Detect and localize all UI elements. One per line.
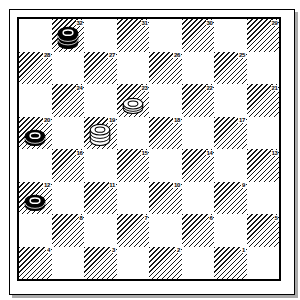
square-14[interactable]: 14: [182, 149, 215, 182]
light-square[interactable]: [84, 149, 117, 182]
light-square[interactable]: [214, 149, 247, 182]
light-square[interactable]: [52, 52, 85, 85]
square-number: 15: [141, 150, 148, 156]
square-number: 28: [43, 52, 50, 58]
square-number: 26: [173, 52, 180, 58]
square-number: 25: [238, 52, 245, 58]
light-square[interactable]: [19, 149, 52, 182]
square-number: 10: [173, 182, 180, 188]
square-number: 32: [76, 20, 83, 26]
square-24[interactable]: 24: [52, 84, 85, 117]
square-number: 6: [209, 215, 213, 221]
light-square[interactable]: [214, 214, 247, 247]
square-27[interactable]: 27: [84, 52, 117, 85]
square-12[interactable]: 12: [19, 182, 52, 215]
square-30[interactable]: 30: [182, 19, 215, 52]
square-number: 22: [206, 85, 213, 91]
square-number: 1: [241, 247, 245, 253]
light-square[interactable]: [149, 84, 182, 117]
square-11[interactable]: 11: [84, 182, 117, 215]
light-square[interactable]: [84, 214, 117, 247]
square-number: 16: [76, 150, 83, 156]
light-square[interactable]: [247, 117, 280, 150]
square-number: 21: [271, 85, 278, 91]
light-square[interactable]: [149, 214, 182, 247]
square-7[interactable]: 7: [117, 214, 150, 247]
light-square[interactable]: [247, 182, 280, 215]
diagram-frame: 3231302928272625242322212019181716151413…: [9, 9, 295, 295]
square-9[interactable]: 9: [214, 182, 247, 215]
square-number: 31: [141, 20, 148, 26]
light-square[interactable]: [117, 117, 150, 150]
square-number: 13: [271, 150, 278, 156]
square-8[interactable]: 8: [52, 214, 85, 247]
light-square[interactable]: [182, 247, 215, 280]
light-square[interactable]: [182, 117, 215, 150]
square-22[interactable]: 22: [182, 84, 215, 117]
square-3[interactable]: 3: [84, 247, 117, 280]
light-square[interactable]: [84, 19, 117, 52]
square-13[interactable]: 13: [247, 149, 280, 182]
square-number: 20: [43, 117, 50, 123]
black-man-12[interactable]: [22, 193, 49, 212]
light-square[interactable]: [214, 19, 247, 52]
checkers-board: 3231302928272625242322212019181716151413…: [17, 17, 281, 281]
square-10[interactable]: 10: [149, 182, 182, 215]
square-number: 23: [141, 85, 148, 91]
square-17[interactable]: 17: [214, 117, 247, 150]
square-29[interactable]: 29: [247, 19, 280, 52]
light-square[interactable]: [247, 247, 280, 280]
light-square[interactable]: [214, 84, 247, 117]
square-number: 11: [109, 182, 116, 188]
square-number: 9: [241, 182, 245, 188]
light-square[interactable]: [117, 52, 150, 85]
square-number: 29: [271, 20, 278, 26]
square-number: 14: [206, 150, 213, 156]
square-number: 18: [173, 117, 180, 123]
square-26[interactable]: 26: [149, 52, 182, 85]
square-number: 3: [111, 247, 115, 253]
light-square[interactable]: [117, 247, 150, 280]
light-square[interactable]: [182, 52, 215, 85]
square-number: 8: [79, 215, 83, 221]
square-19[interactable]: 19: [84, 117, 117, 150]
square-23[interactable]: 23: [117, 84, 150, 117]
square-20[interactable]: 20: [19, 117, 52, 150]
square-6[interactable]: 6: [182, 214, 215, 247]
white-king-19[interactable]: [87, 122, 114, 147]
square-number: 5: [274, 215, 278, 221]
square-number: 17: [238, 117, 245, 123]
light-square[interactable]: [182, 182, 215, 215]
light-square[interactable]: [149, 19, 182, 52]
square-number: 7: [144, 215, 148, 221]
square-number: 24: [76, 85, 83, 91]
light-square[interactable]: [52, 117, 85, 150]
light-square[interactable]: [247, 52, 280, 85]
square-31[interactable]: 31: [117, 19, 150, 52]
light-square[interactable]: [84, 84, 117, 117]
square-number: 27: [108, 52, 115, 58]
light-square[interactable]: [19, 214, 52, 247]
square-4[interactable]: 4: [19, 247, 52, 280]
square-number: 19: [108, 117, 115, 123]
square-5[interactable]: 5: [247, 214, 280, 247]
light-square[interactable]: [19, 84, 52, 117]
light-square[interactable]: [52, 182, 85, 215]
white-man-23[interactable]: [119, 96, 146, 115]
light-square[interactable]: [52, 247, 85, 280]
square-16[interactable]: 16: [52, 149, 85, 182]
square-32[interactable]: 32: [52, 19, 85, 52]
square-number: 30: [206, 20, 213, 26]
square-number: 4: [46, 247, 50, 253]
light-square[interactable]: [19, 19, 52, 52]
black-man-20[interactable]: [22, 128, 49, 147]
black-king-32[interactable]: [54, 25, 81, 50]
square-21[interactable]: 21: [247, 84, 280, 117]
checkers-diagram: 3231302928272625242322212019181716151413…: [0, 0, 300, 300]
square-25[interactable]: 25: [214, 52, 247, 85]
square-2[interactable]: 2: [149, 247, 182, 280]
square-15[interactable]: 15: [117, 149, 150, 182]
square-number: 2: [176, 247, 180, 253]
square-28[interactable]: 28: [19, 52, 52, 85]
square-18[interactable]: 18: [149, 117, 182, 150]
light-square[interactable]: [149, 149, 182, 182]
square-number: 12: [43, 182, 50, 188]
square-1[interactable]: 1: [214, 247, 247, 280]
light-square[interactable]: [117, 182, 150, 215]
